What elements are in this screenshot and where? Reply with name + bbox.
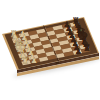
square-h8	[81, 48, 91, 53]
chess-set-photo: ♜♞♝♛♚♝♞♜♟♟♟♟♟♟♟♟♟♟♟♟♟♟♟♟♜♞♝♛♚♝♞♜	[0, 0, 100, 100]
clasp-icon	[56, 61, 59, 64]
